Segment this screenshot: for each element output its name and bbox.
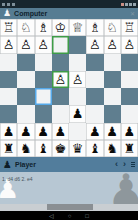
notification-icon <box>7 3 10 6</box>
square-b5[interactable] <box>104 88 121 105</box>
square-a5[interactable] <box>121 88 138 105</box>
square-g3[interactable] <box>17 54 34 71</box>
white-pawn-icon: ♟ <box>3 9 11 18</box>
square-c8-piece[interactable]: ♝ <box>86 140 103 157</box>
square-b8-piece[interactable]: ♞ <box>104 140 121 157</box>
square-a3[interactable] <box>121 54 138 71</box>
square-f5[interactable] <box>35 88 52 105</box>
recents-button[interactable]: □ <box>85 213 89 219</box>
square-d5[interactable] <box>69 88 86 105</box>
overflow-icon[interactable]: ✕ <box>130 10 135 17</box>
square-b3[interactable] <box>104 54 121 71</box>
square-g4[interactable] <box>17 71 34 88</box>
square-a1-piece[interactable]: ♖ <box>121 19 138 36</box>
square-d7[interactable] <box>69 123 86 140</box>
square-e1-piece[interactable]: ♔ <box>52 19 69 36</box>
status-system-icons <box>121 3 136 6</box>
square-e3[interactable] <box>52 54 69 71</box>
square-f3[interactable] <box>35 54 52 71</box>
square-f6[interactable] <box>35 105 52 122</box>
square-e5[interactable] <box>52 88 69 105</box>
notification-icons <box>2 3 15 6</box>
square-f2-piece[interactable]: ♙ <box>35 36 52 53</box>
square-a2-piece[interactable]: ♙ <box>121 36 138 53</box>
square-h4[interactable] <box>0 71 17 88</box>
square-e6[interactable] <box>52 105 69 122</box>
wifi-icon <box>125 3 128 6</box>
square-d6-piece[interactable]: ♟ <box>69 105 86 122</box>
clock-icon <box>133 3 136 6</box>
panel-grey-bar <box>47 204 93 210</box>
chess-board: ♖♘♗♔♕♗♘♖♙♙♙♙♙♙♙♙♟♟♟♟♟♟♟♟♜♞♝♚♛♝♞♜ <box>0 19 138 157</box>
back-button[interactable]: ◁ <box>49 213 54 219</box>
square-h5[interactable] <box>0 88 17 105</box>
square-e4-piece[interactable]: ♙ <box>52 71 69 88</box>
move-list-icon[interactable] <box>131 162 135 167</box>
square-b2-piece[interactable]: ♙ <box>104 36 121 53</box>
square-h8-piece[interactable]: ♜ <box>0 140 17 157</box>
status-icon <box>121 3 124 6</box>
notification-icon <box>12 3 15 6</box>
square-d1-piece[interactable]: ♕ <box>69 19 86 36</box>
square-b6[interactable] <box>104 105 121 122</box>
notification-icon <box>2 3 5 6</box>
square-c6[interactable] <box>86 105 103 122</box>
square-h7-piece[interactable]: ♟ <box>0 123 17 140</box>
square-c5[interactable] <box>86 88 103 105</box>
battery-icon <box>129 3 132 6</box>
square-a4[interactable] <box>121 71 138 88</box>
square-c1-piece[interactable]: ♗ <box>86 19 103 36</box>
square-c3[interactable] <box>86 54 103 71</box>
square-b4[interactable] <box>104 71 121 88</box>
player-name-label: Player <box>15 161 36 168</box>
lower-panel: ♟ ♟ 1. d4 d6 2. e4 <box>0 172 138 211</box>
square-f8-piece[interactable]: ♝ <box>35 140 52 157</box>
square-d8-piece[interactable]: ♛ <box>69 140 86 157</box>
square-b7-piece[interactable]: ♟ <box>104 123 121 140</box>
square-d4-piece[interactable]: ♙ <box>69 71 86 88</box>
square-h6[interactable] <box>0 105 17 122</box>
square-h1-piece[interactable]: ♖ <box>0 19 17 36</box>
square-h3[interactable] <box>0 54 17 71</box>
square-d2[interactable] <box>69 36 86 53</box>
human-player-bar: ♟ Player ‹ › <box>0 157 138 172</box>
square-f4[interactable] <box>35 71 52 88</box>
move-list-text: 1. d4 d6 2. e4 <box>2 176 33 182</box>
square-a8-piece[interactable]: ♜ <box>121 140 138 157</box>
next-move-button[interactable]: › <box>123 160 126 169</box>
square-b1-piece[interactable]: ♘ <box>104 19 121 36</box>
black-pawn-icon: ♟ <box>3 160 12 170</box>
computer-player-bar: ♟ Computer ✕ <box>0 8 138 19</box>
square-e2[interactable] <box>52 36 69 53</box>
square-g7-piece[interactable]: ♟ <box>17 123 34 140</box>
square-d3[interactable] <box>69 54 86 71</box>
square-g8-piece[interactable]: ♞ <box>17 140 34 157</box>
previous-move-button[interactable]: ‹ <box>115 160 118 169</box>
square-c2-piece[interactable]: ♙ <box>86 36 103 53</box>
square-e7-piece[interactable]: ♟ <box>52 123 69 140</box>
square-g1-piece[interactable]: ♘ <box>17 19 34 36</box>
square-c4[interactable] <box>86 71 103 88</box>
square-e8-piece[interactable]: ♚ <box>52 140 69 157</box>
square-g2-piece[interactable]: ♙ <box>17 36 34 53</box>
square-c7-piece[interactable]: ♟ <box>86 123 103 140</box>
square-f1-piece[interactable]: ♗ <box>35 19 52 36</box>
square-g6[interactable] <box>17 105 34 122</box>
computer-name-label: Computer <box>14 10 47 17</box>
home-button[interactable]: ○ <box>68 213 72 219</box>
android-nav-bar: ◁ ○ □ <box>0 211 138 220</box>
square-h2-piece[interactable]: ♙ <box>0 36 17 53</box>
square-a6[interactable] <box>121 105 138 122</box>
square-g5[interactable] <box>17 88 34 105</box>
chess-app-screen: ♟ Computer ✕ ♖♘♗♔♕♗♘♖♙♙♙♙♙♙♙♙♟♟♟♟♟♟♟♟♜♞♝… <box>0 0 138 220</box>
square-f7-piece[interactable]: ♟ <box>35 123 52 140</box>
square-a7-piece[interactable]: ♟ <box>121 123 138 140</box>
android-status-bar <box>0 0 138 8</box>
